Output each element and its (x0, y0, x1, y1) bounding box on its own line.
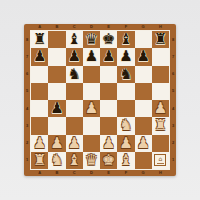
black-pawn-e7: ♟ (102, 48, 115, 65)
square-g7[interactable]: ♟ (135, 48, 152, 65)
coordinate-label: 3 (170, 117, 176, 134)
square-b8[interactable] (48, 31, 65, 48)
black-king-e8: ♚ (102, 31, 115, 48)
square-a7[interactable]: ♟ (31, 48, 48, 65)
logo-text-bar (157, 163, 164, 164)
square-g2[interactable]: ♟ (135, 135, 152, 152)
rank-labels-right: 87654321 (170, 31, 176, 169)
white-rook-h3: ♜ (154, 117, 167, 134)
white-pawn-c2: ♟ (67, 135, 80, 152)
square-c6[interactable]: ♞ (66, 66, 83, 83)
square-b1[interactable]: ♞ (48, 152, 65, 169)
square-c2[interactable]: ♟ (66, 135, 83, 152)
square-d3[interactable] (83, 117, 100, 134)
black-pawn-c7: ♟ (67, 48, 80, 65)
coordinate-label: B (48, 170, 65, 176)
white-pawn-b2: ♟ (50, 135, 63, 152)
board-grid: ♜♝♛♚♝♜♟♟♟♟♟♟♞♞♟♟♟♞♜♟♟♟♟♟♟♜♞♝♛♚♝⌂ (30, 30, 170, 170)
square-f6[interactable]: ♞ (117, 66, 134, 83)
square-a4[interactable] (31, 100, 48, 117)
coordinate-label: A (31, 170, 48, 176)
square-h7[interactable] (152, 48, 169, 65)
square-a6[interactable] (31, 66, 48, 83)
square-b3[interactable] (48, 117, 65, 134)
square-g8[interactable] (135, 31, 152, 48)
square-f8[interactable]: ♝ (117, 31, 134, 48)
square-b5[interactable] (48, 83, 65, 100)
black-bishop-f8: ♝ (119, 31, 132, 48)
square-a3[interactable] (31, 117, 48, 134)
white-bishop-c1: ♝ (67, 152, 80, 169)
white-pawn-e2: ♟ (102, 135, 115, 152)
square-c8[interactable]: ♝ (66, 31, 83, 48)
black-pawn-f7: ♟ (119, 48, 132, 65)
logo-dome-icon: ⌂ (158, 156, 162, 162)
coordinate-label: H (152, 170, 169, 176)
coordinate-label: 4 (170, 100, 176, 117)
coordinate-label: 2 (170, 135, 176, 152)
square-d1[interactable]: ♛ (83, 152, 100, 169)
square-h3[interactable]: ♜ (152, 117, 169, 134)
white-king-e1: ♚ (102, 152, 115, 169)
white-pawn-f2: ♟ (119, 135, 132, 152)
square-c3[interactable] (66, 117, 83, 134)
square-c1[interactable]: ♝ (66, 152, 83, 169)
square-c4[interactable] (66, 100, 83, 117)
chess-demo-board: ABCDEFGH ABCDEFGH 87654321 87654321 ♜♝♛♚… (24, 24, 176, 176)
manufacturer-logo-badge: ⌂ (154, 154, 166, 166)
square-e6[interactable] (100, 66, 117, 83)
square-d6[interactable] (83, 66, 100, 83)
square-e3[interactable] (100, 117, 117, 134)
coordinate-label: 1 (170, 152, 176, 169)
square-d4[interactable]: ♟ (83, 100, 100, 117)
square-b4[interactable]: ♟ (48, 100, 65, 117)
white-pawn-d4: ♟ (85, 100, 98, 117)
square-e7[interactable]: ♟ (100, 48, 117, 65)
square-a2[interactable]: ♟ (31, 135, 48, 152)
square-e4[interactable] (100, 100, 117, 117)
coordinate-label: 6 (170, 66, 176, 83)
black-queen-d8: ♛ (85, 31, 98, 48)
square-d8[interactable]: ♛ (83, 31, 100, 48)
square-g5[interactable] (135, 83, 152, 100)
white-bishop-f1: ♝ (119, 152, 132, 169)
square-b6[interactable] (48, 66, 65, 83)
coordinate-label: C (66, 170, 83, 176)
black-pawn-b4: ♟ (50, 100, 63, 117)
square-h1[interactable]: ⌂ (152, 152, 169, 169)
square-c7[interactable]: ♟ (66, 48, 83, 65)
square-f4[interactable] (117, 100, 134, 117)
black-rook-a8: ♜ (33, 31, 46, 48)
square-g3[interactable] (135, 117, 152, 134)
square-f3[interactable]: ♞ (117, 117, 134, 134)
square-e5[interactable] (100, 83, 117, 100)
black-pawn-d7: ♟ (85, 48, 98, 65)
square-e2[interactable]: ♟ (100, 135, 117, 152)
square-c5[interactable] (66, 83, 83, 100)
square-g6[interactable] (135, 66, 152, 83)
square-a1[interactable]: ♜ (31, 152, 48, 169)
coordinate-label: 5 (170, 83, 176, 100)
coordinate-label: 7 (170, 48, 176, 65)
square-f1[interactable]: ♝ (117, 152, 134, 169)
white-queen-d1: ♛ (85, 152, 98, 169)
black-pawn-a7: ♟ (33, 48, 46, 65)
square-a5[interactable] (31, 83, 48, 100)
square-g4[interactable] (135, 100, 152, 117)
coordinate-label: 8 (170, 31, 176, 48)
coordinate-label: E (100, 170, 117, 176)
white-pawn-g2: ♟ (136, 135, 149, 152)
white-knight-b1: ♞ (50, 152, 63, 169)
square-d2[interactable] (83, 135, 100, 152)
coordinate-label: D (83, 170, 100, 176)
square-f2[interactable]: ♟ (117, 135, 134, 152)
square-b7[interactable] (48, 48, 65, 65)
coordinate-label: G (135, 170, 152, 176)
file-labels-bottom: ABCDEFGH (31, 170, 169, 176)
square-h2[interactable] (152, 135, 169, 152)
square-d7[interactable]: ♟ (83, 48, 100, 65)
square-h4[interactable]: ♟ (152, 100, 169, 117)
black-bishop-c8: ♝ (67, 31, 80, 48)
coordinate-label: F (117, 170, 134, 176)
black-pawn-g7: ♟ (136, 48, 149, 65)
square-h8[interactable]: ♜ (152, 31, 169, 48)
white-rook-a1: ♜ (33, 152, 46, 169)
square-g1[interactable] (135, 152, 152, 169)
black-knight-c6: ♞ (67, 66, 80, 83)
photo-background: ABCDEFGH ABCDEFGH 87654321 87654321 ♜♝♛♚… (0, 0, 200, 200)
square-b2[interactable]: ♟ (48, 135, 65, 152)
square-e8[interactable]: ♚ (100, 31, 117, 48)
square-f5[interactable] (117, 83, 134, 100)
square-h5[interactable] (152, 83, 169, 100)
square-e1[interactable]: ♚ (100, 152, 117, 169)
white-knight-f3: ♞ (119, 117, 132, 134)
square-a8[interactable]: ♜ (31, 31, 48, 48)
square-h6[interactable] (152, 66, 169, 83)
square-d5[interactable] (83, 83, 100, 100)
white-pawn-a2: ♟ (33, 135, 46, 152)
white-pawn-h4: ♟ (154, 100, 167, 117)
black-knight-f6: ♞ (119, 66, 132, 83)
black-rook-h8: ♜ (154, 31, 167, 48)
square-f7[interactable]: ♟ (117, 48, 134, 65)
